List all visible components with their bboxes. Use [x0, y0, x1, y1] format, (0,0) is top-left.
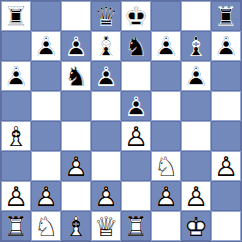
square-f1[interactable]	[151, 211, 181, 241]
square-f7[interactable]: ♟♙	[151, 31, 181, 61]
white-king-icon: ♚♔	[184, 213, 208, 240]
square-d1[interactable]: ♛♕	[91, 211, 121, 241]
square-f4[interactable]	[151, 121, 181, 151]
square-d6[interactable]: ♟♙	[91, 61, 121, 91]
square-d7[interactable]: ♝♗	[91, 31, 121, 61]
white-knight-icon: ♞♘	[34, 213, 58, 240]
square-g4[interactable]	[181, 121, 211, 151]
white-knight-icon: ♞♘	[154, 153, 178, 180]
square-e4[interactable]: ♟♙	[121, 121, 151, 151]
square-c3[interactable]: ♟♙	[61, 151, 91, 181]
black-pawn-icon: ♟♙	[64, 33, 88, 60]
square-c5[interactable]	[61, 91, 91, 121]
square-h1[interactable]	[211, 211, 241, 241]
square-h6[interactable]	[211, 61, 241, 91]
white-pawn-icon: ♟♙	[184, 183, 208, 210]
white-pawn-icon: ♟♙	[64, 153, 88, 180]
square-h3[interactable]: ♟♙	[211, 151, 241, 181]
white-queen-icon: ♛♕	[94, 213, 118, 240]
black-rook-icon: ♜♖	[214, 3, 238, 30]
square-g1[interactable]: ♚♔	[181, 211, 211, 241]
square-g8[interactable]	[181, 1, 211, 31]
black-pawn-icon: ♟♙	[214, 33, 238, 60]
square-c8[interactable]	[61, 1, 91, 31]
white-bishop-icon: ♝♗	[4, 123, 28, 150]
square-g5[interactable]	[181, 91, 211, 121]
square-a7[interactable]	[1, 31, 31, 61]
black-pawn-icon: ♟♙	[184, 63, 208, 90]
square-g7[interactable]: ♝♗	[181, 31, 211, 61]
square-d4[interactable]	[91, 121, 121, 151]
black-rook-icon: ♜♖	[4, 3, 28, 30]
square-e3[interactable]	[121, 151, 151, 181]
white-rook-icon: ♜♖	[124, 213, 148, 240]
square-b1[interactable]: ♞♘	[31, 211, 61, 241]
white-rook-icon: ♜♖	[4, 213, 28, 240]
square-c4[interactable]	[61, 121, 91, 151]
square-a6[interactable]: ♟♙	[1, 61, 31, 91]
square-h8[interactable]: ♜♖	[211, 1, 241, 31]
white-pawn-icon: ♟♙	[124, 123, 148, 150]
square-b8[interactable]	[31, 1, 61, 31]
square-f2[interactable]: ♟♙	[151, 181, 181, 211]
white-pawn-icon: ♟♙	[154, 183, 178, 210]
square-e7[interactable]: ♞♘	[121, 31, 151, 61]
square-a3[interactable]	[1, 151, 31, 181]
square-e6[interactable]	[121, 61, 151, 91]
square-h4[interactable]	[211, 121, 241, 151]
square-a5[interactable]	[1, 91, 31, 121]
square-a8[interactable]: ♜♖	[1, 1, 31, 31]
black-pawn-icon: ♟♙	[124, 93, 148, 120]
square-e8[interactable]: ♚♔	[121, 1, 151, 31]
square-e1[interactable]: ♜♖	[121, 211, 151, 241]
black-queen-icon: ♛♕	[94, 3, 118, 30]
square-a4[interactable]: ♝♗	[1, 121, 31, 151]
square-b6[interactable]	[31, 61, 61, 91]
square-d2[interactable]: ♟♙	[91, 181, 121, 211]
black-king-icon: ♚♔	[124, 3, 148, 30]
square-b3[interactable]	[31, 151, 61, 181]
square-d3[interactable]	[91, 151, 121, 181]
square-d5[interactable]	[91, 91, 121, 121]
square-c1[interactable]: ♝♗	[61, 211, 91, 241]
black-pawn-icon: ♟♙	[94, 63, 118, 90]
white-bishop-icon: ♝♗	[64, 213, 88, 240]
square-c6[interactable]: ♞♘	[61, 61, 91, 91]
black-knight-icon: ♞♘	[124, 33, 148, 60]
square-f3[interactable]: ♞♘	[151, 151, 181, 181]
square-h5[interactable]	[211, 91, 241, 121]
square-g3[interactable]	[181, 151, 211, 181]
black-pawn-icon: ♟♙	[34, 33, 58, 60]
square-f8[interactable]	[151, 1, 181, 31]
square-b7[interactable]: ♟♙	[31, 31, 61, 61]
square-h7[interactable]: ♟♙	[211, 31, 241, 61]
black-bishop-icon: ♝♗	[184, 33, 208, 60]
square-h2[interactable]	[211, 181, 241, 211]
square-c7[interactable]: ♟♙	[61, 31, 91, 61]
white-pawn-icon: ♟♙	[94, 183, 118, 210]
square-c2[interactable]	[61, 181, 91, 211]
square-g2[interactable]: ♟♙	[181, 181, 211, 211]
square-e5[interactable]: ♟♙	[121, 91, 151, 121]
square-a2[interactable]: ♟♙	[1, 181, 31, 211]
square-d8[interactable]: ♛♕	[91, 1, 121, 31]
square-b2[interactable]: ♟♙	[31, 181, 61, 211]
white-pawn-icon: ♟♙	[214, 153, 238, 180]
black-pawn-icon: ♟♙	[154, 33, 178, 60]
white-pawn-icon: ♟♙	[34, 183, 58, 210]
white-pawn-icon: ♟♙	[4, 183, 28, 210]
black-pawn-icon: ♟♙	[4, 63, 28, 90]
square-g6[interactable]: ♟♙	[181, 61, 211, 91]
square-b4[interactable]	[31, 121, 61, 151]
black-bishop-icon: ♝♗	[94, 33, 118, 60]
square-f5[interactable]	[151, 91, 181, 121]
square-b5[interactable]	[31, 91, 61, 121]
square-e2[interactable]	[121, 181, 151, 211]
chess-board: ♜♖♛♕♚♔♜♖♟♙♟♙♝♗♞♘♟♙♝♗♟♙♟♙♞♘♟♙♟♙♟♙♝♗♟♙♟♙♞♘…	[0, 0, 242, 242]
square-a1[interactable]: ♜♖	[1, 211, 31, 241]
black-knight-icon: ♞♘	[64, 63, 88, 90]
square-f6[interactable]	[151, 61, 181, 91]
